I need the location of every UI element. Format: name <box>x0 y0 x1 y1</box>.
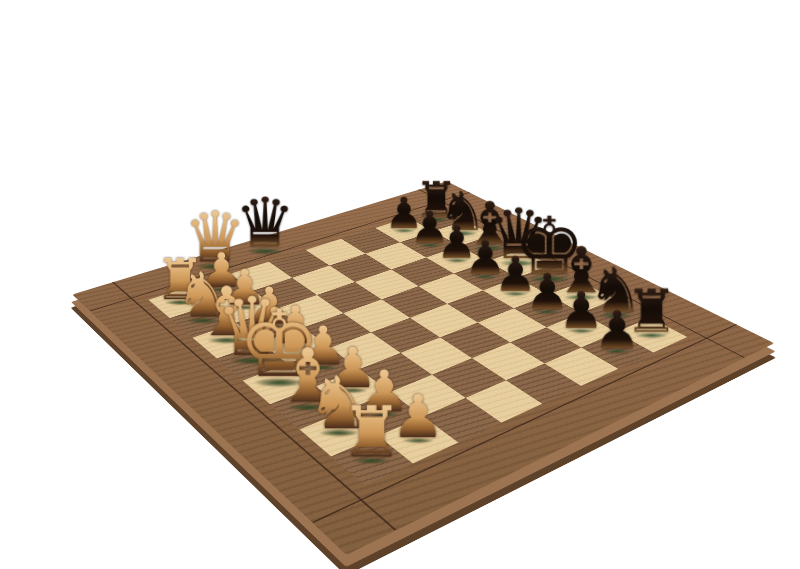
black-pawn-glyph: ♟ <box>594 304 641 356</box>
chess-board: ♜♞♝♛♚♝♞♜♟♟♟♟♟♟♟♟♟♟♟♟♟♟♟♟♜♞♝♛♚♝♞♜♛♛ <box>72 181 774 555</box>
product-photo-scene: ♜♞♝♛♚♝♞♜♟♟♟♟♟♟♟♟♟♟♟♟♟♟♟♟♜♞♝♛♚♝♞♜♛♛ <box>0 0 800 569</box>
white-rook-glyph: ♜ <box>340 397 403 468</box>
